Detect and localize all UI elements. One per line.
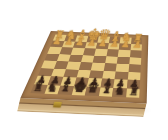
- brass-latch-icon: [53, 102, 62, 108]
- square-c8: ♝: [98, 87, 113, 97]
- square-b8: ♞: [112, 88, 126, 98]
- board-perspective-wrapper: ♜♞♝♚♛♝♞♜♟♟♟♟♟♟♟♟♟♟♟♟♟♟♟♟♜♞♝♚♛♝♞♜: [24, 0, 164, 117]
- square-a4: [129, 57, 141, 65]
- piece-white-pawn: ♟: [74, 38, 85, 48]
- piece-black-knight: ♞: [113, 85, 127, 98]
- square-g5: [54, 61, 69, 69]
- square-a5: [128, 64, 141, 72]
- piece-black-rook: ♜: [32, 82, 44, 93]
- square-b2: ♟: [119, 43, 131, 50]
- square-c4: [105, 56, 118, 64]
- square-a2: ♟: [130, 44, 142, 51]
- chess-set-photo: ♜♞♝♚♛♝♞♜♟♟♟♟♟♟♟♟♟♟♟♟♟♟♟♟♜♞♝♚♛♝♞♜: [0, 0, 168, 140]
- piece-black-queen: ♛: [85, 82, 101, 96]
- square-c5: [103, 63, 117, 71]
- piece-black-knight: ♞: [45, 82, 59, 95]
- square-c2: ♟: [107, 43, 119, 50]
- board-squares: ♜♞♝♚♛♝♞♜♟♟♟♟♟♟♟♟♟♟♟♟♟♟♟♟♜♞♝♚♛♝♞♜: [30, 34, 142, 97]
- square-a8: ♜: [126, 88, 140, 98]
- piece-white-pawn: ♟: [86, 38, 97, 48]
- square-e5: [78, 62, 92, 70]
- board-frame: ♜♞♝♚♛♝♞♜♟♟♟♟♟♟♟♟♟♟♟♟♟♟♟♟♜♞♝♚♛♝♞♜: [20, 31, 148, 104]
- piece-white-pawn: ♟: [109, 39, 120, 49]
- piece-white-pawn: ♟: [131, 40, 142, 50]
- piece-white-pawn: ♟: [63, 37, 74, 47]
- chess-board: ♜♞♝♚♛♝♞♜♟♟♟♟♟♟♟♟♟♟♟♟♟♟♟♟♜♞♝♚♛♝♞♜: [20, 31, 148, 104]
- square-e2: ♟: [84, 42, 97, 49]
- piece-black-rook: ♜: [128, 86, 140, 97]
